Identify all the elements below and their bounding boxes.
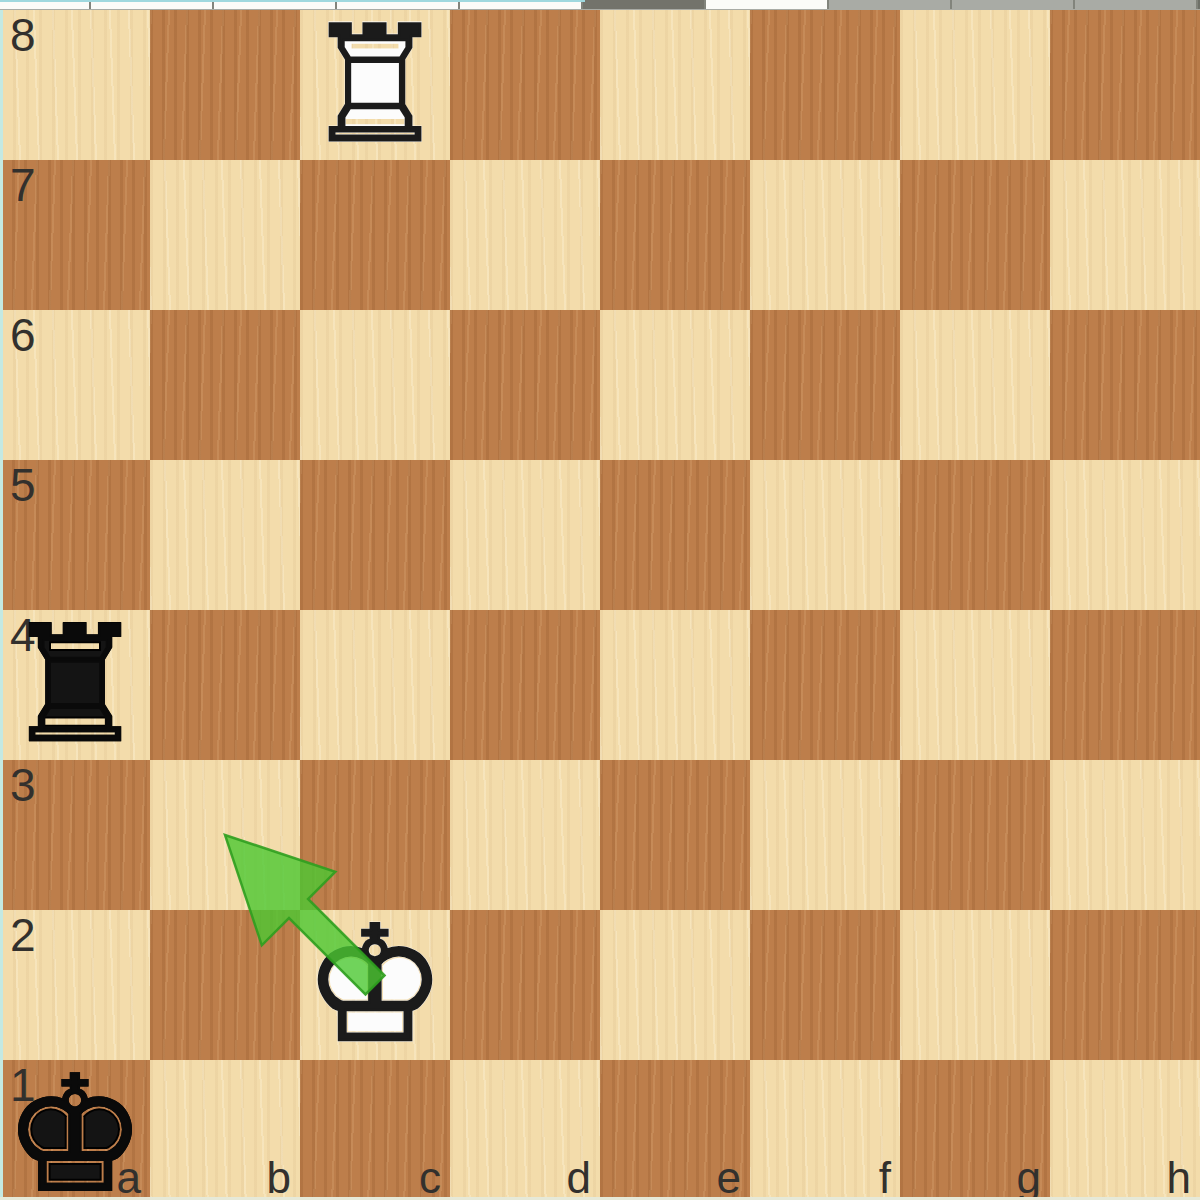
square-a4[interactable]: 4♜♖ [0, 610, 150, 760]
square-h5[interactable] [1050, 460, 1200, 610]
rank-label-8: 8 [10, 12, 36, 58]
square-c4[interactable] [300, 610, 450, 760]
square-a5[interactable]: 5 [0, 460, 150, 610]
square-e6[interactable] [600, 310, 750, 460]
square-b8[interactable] [150, 10, 300, 160]
white-king-c2[interactable]: ♚♔ [300, 910, 450, 1060]
square-b3[interactable] [150, 760, 300, 910]
square-h7[interactable] [1050, 160, 1200, 310]
square-f6[interactable] [750, 310, 900, 460]
black-rook-a4[interactable]: ♜♖ [0, 610, 150, 760]
square-h6[interactable] [1050, 310, 1200, 460]
square-f8[interactable] [750, 10, 900, 160]
square-g3[interactable] [900, 760, 1050, 910]
file-label-h: h [1167, 1156, 1191, 1197]
square-a2[interactable]: 2 [0, 910, 150, 1060]
square-a3[interactable]: 3 [0, 760, 150, 910]
square-a6[interactable]: 6 [0, 310, 150, 460]
square-a8[interactable]: 8 [0, 10, 150, 160]
square-d5[interactable] [450, 460, 600, 610]
square-d6[interactable] [450, 310, 600, 460]
square-h1[interactable]: h [1050, 1060, 1200, 1197]
square-c8[interactable]: ♜♖ [300, 10, 450, 160]
square-b4[interactable] [150, 610, 300, 760]
square-f1[interactable]: f [750, 1060, 900, 1197]
square-e5[interactable] [600, 460, 750, 610]
progress-tick [950, 0, 952, 9]
square-d2[interactable] [450, 910, 600, 1060]
square-h8[interactable] [1050, 10, 1200, 160]
square-e8[interactable] [600, 10, 750, 160]
file-label-g: g [1017, 1156, 1041, 1197]
square-b1[interactable]: b [150, 1060, 300, 1197]
square-a1[interactable]: 1a♚♔ [0, 1060, 150, 1197]
square-c7[interactable] [300, 160, 450, 310]
progress-tick [827, 0, 829, 9]
square-d3[interactable] [450, 760, 600, 910]
square-d1[interactable]: d [450, 1060, 600, 1197]
square-d4[interactable] [450, 610, 600, 760]
king-glyph-outline: ♔ [300, 910, 450, 1060]
file-label-d: d [567, 1156, 591, 1197]
board-container: 8♜♖7654♜♖32♚♔1a♚♔bcdefgh [0, 10, 1200, 1197]
square-d7[interactable] [450, 160, 600, 310]
square-e2[interactable] [600, 910, 750, 1060]
square-f7[interactable] [750, 160, 900, 310]
rank-label-7: 7 [10, 162, 36, 208]
black-king-a1[interactable]: ♚♔ [0, 1060, 150, 1197]
square-c2[interactable]: ♚♔ [300, 910, 450, 1060]
square-c3[interactable] [300, 760, 450, 910]
square-f5[interactable] [750, 460, 900, 610]
file-label-c: c [419, 1156, 441, 1197]
progress-tick [1196, 0, 1198, 9]
square-c5[interactable] [300, 460, 450, 610]
square-f3[interactable] [750, 760, 900, 910]
rook-glyph-outline: ♖ [300, 10, 450, 160]
top-edge-line [0, 0, 585, 2]
square-g1[interactable]: g [900, 1060, 1050, 1197]
square-g4[interactable] [900, 610, 1050, 760]
white-rook-c8[interactable]: ♜♖ [300, 10, 450, 160]
square-g2[interactable] [900, 910, 1050, 1060]
progress-segment [705, 0, 828, 9]
square-h4[interactable] [1050, 610, 1200, 760]
square-b2[interactable] [150, 910, 300, 1060]
square-b7[interactable] [150, 160, 300, 310]
square-g8[interactable] [900, 10, 1050, 160]
square-f2[interactable] [750, 910, 900, 1060]
rank-label-2: 2 [10, 912, 36, 958]
square-d8[interactable] [450, 10, 600, 160]
square-a7[interactable]: 7 [0, 160, 150, 310]
square-c6[interactable] [300, 310, 450, 460]
square-e4[interactable] [600, 610, 750, 760]
square-g7[interactable] [900, 160, 1050, 310]
progress-segment [828, 0, 1197, 9]
chess-board: 8♜♖7654♜♖32♚♔1a♚♔bcdefgh [0, 10, 1200, 1197]
progress-segment [582, 0, 705, 9]
file-label-b: b [267, 1156, 291, 1197]
file-label-f: f [879, 1156, 891, 1197]
square-e3[interactable] [600, 760, 750, 910]
square-b6[interactable] [150, 310, 300, 460]
square-g6[interactable] [900, 310, 1050, 460]
square-f4[interactable] [750, 610, 900, 760]
rank-label-6: 6 [10, 312, 36, 358]
progress-tick [1073, 0, 1075, 9]
square-b5[interactable] [150, 460, 300, 610]
square-h2[interactable] [1050, 910, 1200, 1060]
square-h3[interactable] [1050, 760, 1200, 910]
file-label-e: e [717, 1156, 741, 1197]
left-edge-strip [0, 10, 3, 1197]
king-glyph-outline: ♔ [0, 1060, 150, 1197]
progress-tick [704, 0, 706, 9]
rank-label-5: 5 [10, 462, 36, 508]
square-e7[interactable] [600, 160, 750, 310]
square-c1[interactable]: c [300, 1060, 450, 1197]
square-g5[interactable] [900, 460, 1050, 610]
rook-glyph-outline: ♖ [0, 610, 150, 760]
square-e1[interactable]: e [600, 1060, 750, 1197]
